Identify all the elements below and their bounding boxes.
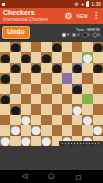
checker-black-man[interactable]: ● [41, 52, 51, 62]
board-square[interactable] [41, 115, 51, 125]
board-square[interactable] [62, 104, 72, 114]
checker-white-man[interactable]: ● [31, 125, 41, 135]
back-icon[interactable]: ◁ [22, 173, 27, 180]
board-square[interactable] [10, 73, 20, 83]
captured-count: 5 [88, 33, 90, 37]
checker-black-man[interactable]: ● [0, 94, 10, 104]
board-square[interactable]: ● [93, 125, 103, 135]
board-square[interactable] [72, 52, 82, 62]
board-square[interactable]: ● [10, 104, 20, 114]
board-square[interactable] [52, 104, 62, 114]
board-square[interactable] [62, 42, 72, 52]
board-square[interactable] [21, 63, 31, 73]
notification-icon [2, 3, 5, 6]
black-man-icon [83, 33, 87, 37]
checker-black-man[interactable]: ● [93, 42, 103, 52]
board-square[interactable]: ● [21, 52, 31, 62]
board-square[interactable] [21, 84, 31, 94]
checker-white-man[interactable]: ● [41, 136, 51, 146]
new-game-button[interactable]: NEW [77, 14, 88, 19]
board-square[interactable] [31, 73, 41, 83]
white-man-icon [62, 33, 66, 37]
checker-black-man[interactable]: ● [21, 52, 31, 62]
plus-icon: + [81, 1, 85, 7]
captured-group: 0 [93, 33, 100, 37]
board-square[interactable] [41, 63, 51, 73]
board-square[interactable]: ● [93, 42, 103, 52]
board-square[interactable] [93, 115, 103, 125]
board-square[interactable] [62, 125, 72, 135]
board-square[interactable] [31, 104, 41, 114]
checker-black-man[interactable]: ● [93, 63, 103, 73]
board-square[interactable]: ● [0, 136, 10, 146]
board-square[interactable] [31, 136, 41, 146]
board-square[interactable] [93, 52, 103, 62]
checker-white-man[interactable]: ● [21, 136, 31, 146]
board-square[interactable] [0, 125, 10, 135]
board-square[interactable] [62, 84, 72, 94]
checker-black-man[interactable]: ● [72, 84, 82, 94]
board: ●●●●●●●●●●●●●●●●●●●●●●●●●●● [0, 42, 103, 146]
board-square[interactable] [31, 84, 41, 94]
board-square[interactable] [10, 136, 20, 146]
app-subtitle: International Checkers [3, 18, 48, 23]
captured-group: 5 [83, 33, 90, 37]
board-square[interactable] [62, 115, 72, 125]
board-square[interactable] [41, 84, 51, 94]
board-square[interactable] [10, 115, 20, 125]
board-square[interactable] [82, 42, 92, 52]
board-square[interactable] [41, 104, 51, 114]
board-square[interactable] [21, 125, 31, 135]
lower-panel [0, 146, 103, 170]
board-square[interactable]: ● [93, 63, 103, 73]
board-watermark [59, 141, 103, 146]
board-square[interactable] [72, 94, 82, 104]
board-square[interactable] [41, 125, 51, 135]
board-square[interactable] [82, 84, 92, 94]
checker-white-man[interactable]: ● [82, 115, 92, 125]
board-square[interactable] [31, 94, 41, 104]
board-square[interactable] [72, 42, 82, 52]
board-square[interactable] [62, 73, 72, 83]
board-square[interactable]: ● [0, 94, 10, 104]
captured-group: 0 [72, 33, 79, 37]
board-square[interactable] [0, 63, 10, 73]
board-square[interactable] [0, 42, 10, 52]
checker-black-man[interactable]: ● [31, 63, 41, 73]
board-square[interactable]: ● [52, 63, 62, 73]
captured-group: 8 [62, 33, 69, 37]
checker-white-man[interactable]: ● [93, 125, 103, 135]
app-bar: Checkers International Checkers ⚙ NEW ⋮ [0, 8, 103, 24]
checker-white-man[interactable]: ● [21, 115, 31, 125]
black-king-icon [93, 33, 97, 37]
app-screen: ⚙ + 1:36 Checkers International Checkers… [0, 0, 103, 183]
board-square[interactable] [41, 73, 51, 83]
board-square[interactable] [93, 94, 103, 104]
board-square[interactable] [31, 115, 41, 125]
board-square[interactable] [62, 94, 72, 104]
board-square[interactable] [93, 84, 103, 94]
board-square[interactable] [21, 104, 31, 114]
board-square[interactable] [21, 94, 31, 104]
status-bar: ⚙ + 1:36 [0, 0, 103, 8]
board-square[interactable]: ● [0, 52, 10, 62]
checker-white-man[interactable]: ● [82, 52, 92, 62]
board-square[interactable] [82, 73, 92, 83]
board-square[interactable] [52, 84, 62, 94]
checker-black-man[interactable]: ● [72, 63, 82, 73]
board-square[interactable]: ● [10, 42, 20, 52]
board-square[interactable]: ● [82, 52, 92, 62]
board-square[interactable] [0, 115, 10, 125]
board-square[interactable] [72, 115, 82, 125]
board-square[interactable]: ● [41, 136, 51, 146]
board-square[interactable]: ● [52, 42, 62, 52]
board-square[interactable] [21, 42, 31, 52]
game-toolbar: Undo Turn : WHITE 8050 [0, 24, 103, 42]
checker-white-man[interactable]: ● [10, 125, 20, 135]
board-square[interactable] [82, 94, 92, 104]
home-icon[interactable]: ○ [48, 173, 54, 180]
board-square[interactable]: ● [41, 52, 51, 62]
checker-black-man[interactable]: ● [10, 63, 20, 73]
board-square[interactable]: ● [31, 63, 41, 73]
app-title: Checkers [3, 9, 48, 17]
board-square[interactable] [52, 125, 62, 135]
checker-black-man[interactable]: ● [0, 73, 10, 83]
board-square[interactable] [82, 104, 92, 114]
board-square[interactable] [52, 94, 62, 104]
board-square[interactable] [52, 73, 62, 83]
undo-button[interactable]: Undo [2, 26, 30, 39]
board-square[interactable] [62, 63, 72, 73]
android-nav-bar: ◁ ○ □ [0, 170, 103, 183]
board-square[interactable] [0, 104, 10, 114]
checker-black-man[interactable]: ● [10, 42, 20, 52]
settings-gear-icon[interactable]: ⚙ [65, 12, 73, 21]
checker-white-man[interactable]: ● [0, 136, 10, 146]
board-square[interactable] [93, 104, 103, 114]
board-square[interactable] [82, 125, 92, 135]
board-square[interactable]: ● [82, 115, 92, 125]
checker-black-man[interactable]: ● [52, 42, 62, 52]
board-square[interactable] [93, 73, 103, 83]
board-square[interactable] [31, 42, 41, 52]
board-square[interactable]: ● [31, 125, 41, 135]
board-square[interactable]: ● [72, 84, 82, 94]
board-square[interactable] [41, 42, 51, 52]
board-square[interactable]: ● [10, 125, 20, 135]
board-square[interactable] [21, 73, 31, 83]
board-square[interactable]: ● [21, 115, 31, 125]
board-square[interactable] [41, 94, 51, 104]
captured-count: 0 [77, 33, 79, 37]
board-square[interactable]: ● [10, 63, 20, 73]
white-king-icon [72, 33, 76, 37]
board-square[interactable] [72, 125, 82, 135]
checker-black-man[interactable]: ● [10, 104, 20, 114]
board-square[interactable] [82, 63, 92, 73]
board-square[interactable] [52, 115, 62, 125]
board-square[interactable] [72, 73, 82, 83]
captured-count: 0 [98, 33, 100, 37]
board-square[interactable] [62, 52, 72, 62]
board-square[interactable] [31, 52, 41, 62]
board-square[interactable] [52, 52, 62, 62]
board-square[interactable]: ● [0, 73, 10, 83]
alarm-icon: ⚙ [74, 2, 78, 7]
board-area: ●●●●●●●●●●●●●●●●●●●●●●●●●●● [0, 42, 103, 146]
board-square[interactable]: ● [21, 136, 31, 146]
board-square[interactable] [10, 84, 20, 94]
captured-tray: 8050 [62, 33, 100, 37]
checker-black-man[interactable]: ● [0, 52, 10, 62]
overflow-menu-icon[interactable]: ⋮ [92, 12, 100, 20]
recents-icon[interactable]: □ [75, 174, 81, 180]
board-square[interactable]: ● [72, 63, 82, 73]
board-square[interactable]: ● [72, 104, 82, 114]
battery-icon [86, 2, 89, 7]
checker-white-man[interactable]: ● [72, 104, 82, 114]
captured-count: 8 [67, 33, 69, 37]
board-square[interactable] [10, 52, 20, 62]
board-square[interactable] [10, 94, 20, 104]
checker-black-man[interactable]: ● [52, 63, 62, 73]
board-square[interactable] [0, 84, 10, 94]
status-time: 1:36 [91, 2, 101, 7]
